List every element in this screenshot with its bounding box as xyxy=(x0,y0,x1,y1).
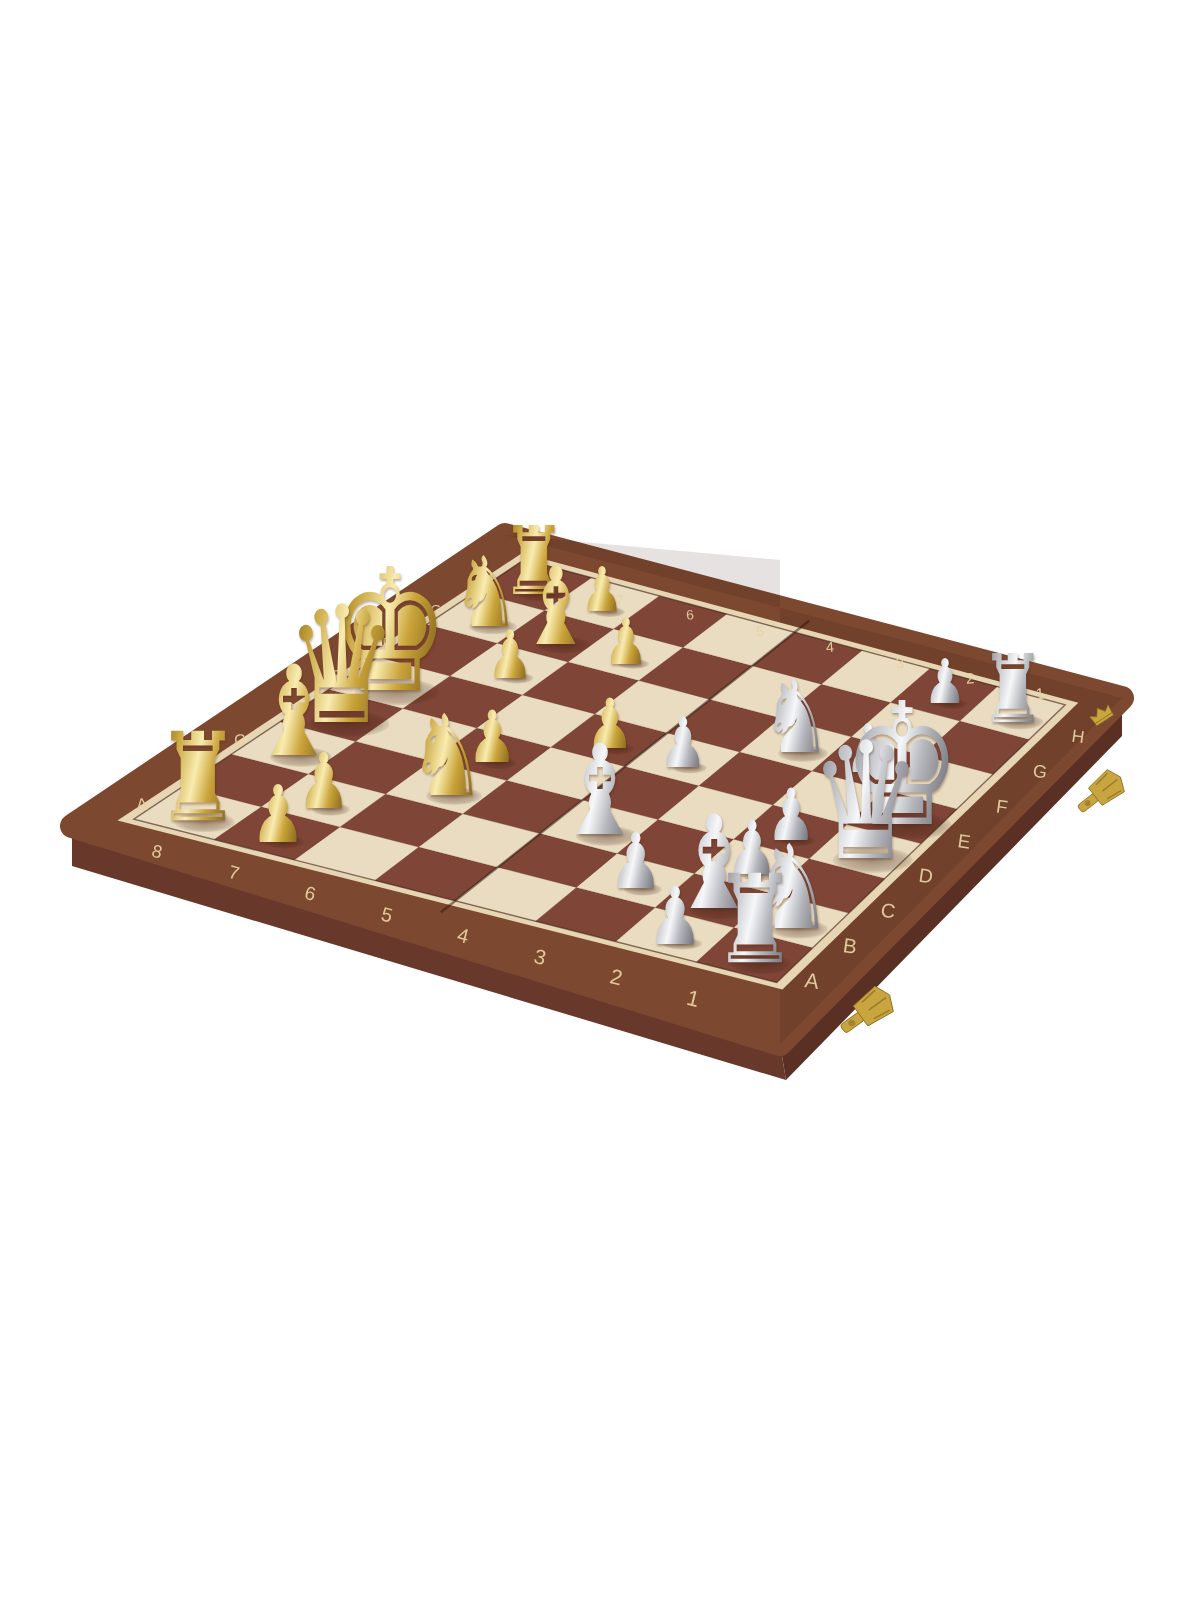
folding-chess-set-photo: ABCDEFGHABCDEFGH1234567887654321 ♜♝♛♚♞♜♟… xyxy=(0,0,1200,1600)
piece-black-rook-a8[interactable]: ♜ xyxy=(155,718,240,840)
piece-white-pawn-a2[interactable]: ♟ xyxy=(648,876,704,956)
piece-black-pawn-a7[interactable]: ♟ xyxy=(250,775,306,855)
piece-white-rook-a1[interactable]: ♜ xyxy=(712,860,797,982)
piece-white-pawn-e4[interactable]: ♟ xyxy=(659,710,707,779)
piece-white-rook-h1[interactable]: ♜ xyxy=(980,642,1046,736)
piece-black-pawn-g6[interactable]: ♟ xyxy=(604,610,649,674)
piece-black-pawn-f7[interactable]: ♟ xyxy=(486,622,533,689)
piece-black-knight-c6[interactable]: ♞ xyxy=(407,700,486,813)
